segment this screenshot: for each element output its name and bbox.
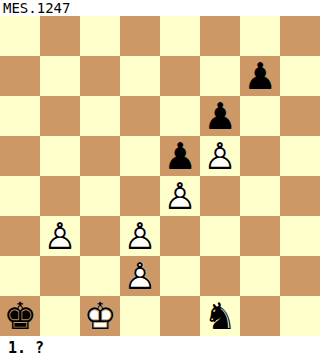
square-g6[interactable] xyxy=(240,96,280,136)
square-g2[interactable] xyxy=(240,256,280,296)
square-g7[interactable]: ♟ xyxy=(240,56,280,96)
square-f7[interactable] xyxy=(200,56,240,96)
square-c4[interactable] xyxy=(80,176,120,216)
square-g3[interactable] xyxy=(240,216,280,256)
square-d1[interactable] xyxy=(120,296,160,336)
puzzle-title: MES.1247 xyxy=(3,0,70,16)
white-piece-outline: ♙ xyxy=(200,136,240,176)
square-c8[interactable] xyxy=(80,16,120,56)
square-b4[interactable] xyxy=(40,176,80,216)
square-a8[interactable] xyxy=(0,16,40,56)
square-h8[interactable] xyxy=(280,16,320,56)
square-h3[interactable] xyxy=(280,216,320,256)
square-d6[interactable] xyxy=(120,96,160,136)
square-d7[interactable] xyxy=(120,56,160,96)
square-a3[interactable] xyxy=(0,216,40,256)
square-b1[interactable] xyxy=(40,296,80,336)
square-d5[interactable] xyxy=(120,136,160,176)
square-a2[interactable] xyxy=(0,256,40,296)
square-e8[interactable] xyxy=(160,16,200,56)
square-b2[interactable] xyxy=(40,256,80,296)
square-h4[interactable] xyxy=(280,176,320,216)
square-c7[interactable] xyxy=(80,56,120,96)
square-g4[interactable] xyxy=(240,176,280,216)
square-e2[interactable] xyxy=(160,256,200,296)
square-f1[interactable]: ♞ xyxy=(200,296,240,336)
square-e1[interactable] xyxy=(160,296,200,336)
square-e5[interactable]: ♟ xyxy=(160,136,200,176)
square-a5[interactable] xyxy=(0,136,40,176)
square-a4[interactable] xyxy=(0,176,40,216)
square-f8[interactable] xyxy=(200,16,240,56)
square-f5[interactable]: ♟♙ xyxy=(200,136,240,176)
square-g5[interactable] xyxy=(240,136,280,176)
square-c5[interactable] xyxy=(80,136,120,176)
square-b3[interactable]: ♟♙ xyxy=(40,216,80,256)
square-e7[interactable] xyxy=(160,56,200,96)
square-d8[interactable] xyxy=(120,16,160,56)
square-a1[interactable]: ♚ xyxy=(0,296,40,336)
black-king[interactable]: ♚ xyxy=(0,296,40,336)
black-knight[interactable]: ♞ xyxy=(200,296,240,336)
white-pawn[interactable]: ♟♙ xyxy=(120,256,160,296)
white-pawn[interactable]: ♟♙ xyxy=(120,216,160,256)
square-e4[interactable]: ♟♙ xyxy=(160,176,200,216)
white-pawn[interactable]: ♟♙ xyxy=(40,216,80,256)
square-b6[interactable] xyxy=(40,96,80,136)
square-b5[interactable] xyxy=(40,136,80,176)
square-h7[interactable] xyxy=(280,56,320,96)
white-king[interactable]: ♚♔ xyxy=(80,296,120,336)
square-c3[interactable] xyxy=(80,216,120,256)
square-a7[interactable] xyxy=(0,56,40,96)
square-e6[interactable] xyxy=(160,96,200,136)
white-piece-outline: ♙ xyxy=(160,176,200,216)
square-h2[interactable] xyxy=(280,256,320,296)
white-piece-outline: ♙ xyxy=(40,216,80,256)
white-piece-outline: ♙ xyxy=(120,216,160,256)
square-b7[interactable] xyxy=(40,56,80,96)
square-a6[interactable] xyxy=(0,96,40,136)
square-f2[interactable] xyxy=(200,256,240,296)
square-c6[interactable] xyxy=(80,96,120,136)
black-pawn[interactable]: ♟ xyxy=(200,96,240,136)
square-g8[interactable] xyxy=(240,16,280,56)
square-d4[interactable] xyxy=(120,176,160,216)
square-f6[interactable]: ♟ xyxy=(200,96,240,136)
square-c2[interactable] xyxy=(80,256,120,296)
chess-board: ♟♟♟♟♙♟♙♟♙♟♙♟♙♚♚♔♞ xyxy=(0,16,320,336)
square-h6[interactable] xyxy=(280,96,320,136)
square-h1[interactable] xyxy=(280,296,320,336)
square-e3[interactable] xyxy=(160,216,200,256)
move-prompt: 1. ? xyxy=(8,339,44,357)
black-pawn[interactable]: ♟ xyxy=(160,136,200,176)
square-d2[interactable]: ♟♙ xyxy=(120,256,160,296)
white-piece-outline: ♔ xyxy=(80,296,120,336)
white-pawn[interactable]: ♟♙ xyxy=(160,176,200,216)
square-c1[interactable]: ♚♔ xyxy=(80,296,120,336)
square-d3[interactable]: ♟♙ xyxy=(120,216,160,256)
square-f3[interactable] xyxy=(200,216,240,256)
square-f4[interactable] xyxy=(200,176,240,216)
square-b8[interactable] xyxy=(40,16,80,56)
square-g1[interactable] xyxy=(240,296,280,336)
black-pawn[interactable]: ♟ xyxy=(240,56,280,96)
white-piece-outline: ♙ xyxy=(120,256,160,296)
square-h5[interactable] xyxy=(280,136,320,176)
white-pawn[interactable]: ♟♙ xyxy=(200,136,240,176)
